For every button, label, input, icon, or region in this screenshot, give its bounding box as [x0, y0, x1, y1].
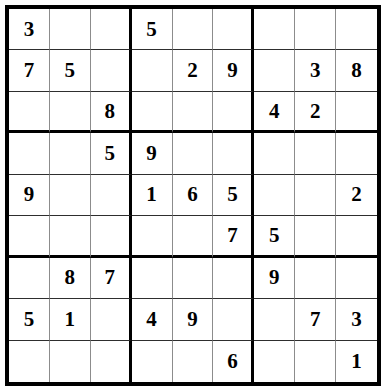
sudoku-board: 3575293884259916527587951497361 — [5, 5, 381, 386]
cell-r3c7-given: 4 — [254, 92, 295, 133]
cell-r8c1-given: 5 — [9, 299, 50, 340]
cell-r4c1-empty[interactable] — [9, 133, 50, 174]
cell-r5c6-given: 5 — [213, 175, 254, 216]
cell-r4c3-given: 5 — [91, 133, 132, 174]
cell-r2c7-empty[interactable] — [254, 50, 295, 91]
cell-r1c6-empty[interactable] — [213, 9, 254, 50]
cell-r8c8-given: 7 — [295, 299, 336, 340]
cell-r5c5-given: 6 — [173, 175, 214, 216]
cell-r9c1-empty[interactable] — [9, 341, 50, 382]
cell-r8c6-empty[interactable] — [213, 299, 254, 340]
cell-r5c8-empty[interactable] — [295, 175, 336, 216]
sudoku-page: 3575293884259916527587951497361 — [0, 0, 386, 391]
cell-r8c3-empty[interactable] — [91, 299, 132, 340]
cell-r4c9-empty[interactable] — [336, 133, 377, 174]
cell-r6c8-empty[interactable] — [295, 216, 336, 257]
cell-r8c4-given: 4 — [132, 299, 173, 340]
cell-r2c9-given: 8 — [336, 50, 377, 91]
cell-r5c3-empty[interactable] — [91, 175, 132, 216]
cell-r7c8-empty[interactable] — [295, 258, 336, 299]
cell-r9c3-empty[interactable] — [91, 341, 132, 382]
cell-r6c6-given: 7 — [213, 216, 254, 257]
cell-r3c8-given: 2 — [295, 92, 336, 133]
cell-r7c5-empty[interactable] — [173, 258, 214, 299]
cell-r7c3-given: 7 — [91, 258, 132, 299]
cell-r9c5-empty[interactable] — [173, 341, 214, 382]
cell-r8c7-empty[interactable] — [254, 299, 295, 340]
cell-r2c1-given: 7 — [9, 50, 50, 91]
cell-r7c1-empty[interactable] — [9, 258, 50, 299]
cell-r6c7-given: 5 — [254, 216, 295, 257]
cell-r1c2-empty[interactable] — [50, 9, 91, 50]
cell-r1c3-empty[interactable] — [91, 9, 132, 50]
cell-r7c6-empty[interactable] — [213, 258, 254, 299]
cell-r3c2-empty[interactable] — [50, 92, 91, 133]
cell-r9c9-given: 1 — [336, 341, 377, 382]
cell-r9c2-empty[interactable] — [50, 341, 91, 382]
cell-r4c2-empty[interactable] — [50, 133, 91, 174]
cell-r1c8-empty[interactable] — [295, 9, 336, 50]
cell-r7c9-empty[interactable] — [336, 258, 377, 299]
cell-r2c6-given: 9 — [213, 50, 254, 91]
cell-r4c5-empty[interactable] — [173, 133, 214, 174]
cell-r9c7-empty[interactable] — [254, 341, 295, 382]
cell-r3c6-empty[interactable] — [213, 92, 254, 133]
cell-r1c1-given: 3 — [9, 9, 50, 50]
cell-r5c4-given: 1 — [132, 175, 173, 216]
cell-r9c6-given: 6 — [213, 341, 254, 382]
cell-r6c1-empty[interactable] — [9, 216, 50, 257]
cell-r6c3-empty[interactable] — [91, 216, 132, 257]
cell-r9c4-empty[interactable] — [132, 341, 173, 382]
cell-r5c7-empty[interactable] — [254, 175, 295, 216]
cell-r4c7-empty[interactable] — [254, 133, 295, 174]
cell-r7c2-given: 8 — [50, 258, 91, 299]
cell-r6c4-empty[interactable] — [132, 216, 173, 257]
cell-r6c5-empty[interactable] — [173, 216, 214, 257]
cell-r3c5-empty[interactable] — [173, 92, 214, 133]
cell-r3c9-empty[interactable] — [336, 92, 377, 133]
cell-r5c1-given: 9 — [9, 175, 50, 216]
cell-r3c4-empty[interactable] — [132, 92, 173, 133]
cell-r5c2-empty[interactable] — [50, 175, 91, 216]
cell-r1c9-empty[interactable] — [336, 9, 377, 50]
cell-r1c5-empty[interactable] — [173, 9, 214, 50]
cell-r1c7-empty[interactable] — [254, 9, 295, 50]
cell-r7c7-given: 9 — [254, 258, 295, 299]
cell-r4c8-empty[interactable] — [295, 133, 336, 174]
cell-r7c4-empty[interactable] — [132, 258, 173, 299]
cell-r4c6-empty[interactable] — [213, 133, 254, 174]
cell-r8c5-given: 9 — [173, 299, 214, 340]
cell-r3c3-given: 8 — [91, 92, 132, 133]
cell-r9c8-empty[interactable] — [295, 341, 336, 382]
cell-r2c5-given: 2 — [173, 50, 214, 91]
cell-r2c4-empty[interactable] — [132, 50, 173, 91]
cell-r8c2-given: 1 — [50, 299, 91, 340]
cell-r2c3-empty[interactable] — [91, 50, 132, 91]
cell-r6c2-empty[interactable] — [50, 216, 91, 257]
cell-r1c4-given: 5 — [132, 9, 173, 50]
cell-r5c9-given: 2 — [336, 175, 377, 216]
cell-r8c9-given: 3 — [336, 299, 377, 340]
cell-r6c9-empty[interactable] — [336, 216, 377, 257]
cell-r4c4-given: 9 — [132, 133, 173, 174]
cell-r3c1-empty[interactable] — [9, 92, 50, 133]
cell-r2c8-given: 3 — [295, 50, 336, 91]
cell-r2c2-given: 5 — [50, 50, 91, 91]
